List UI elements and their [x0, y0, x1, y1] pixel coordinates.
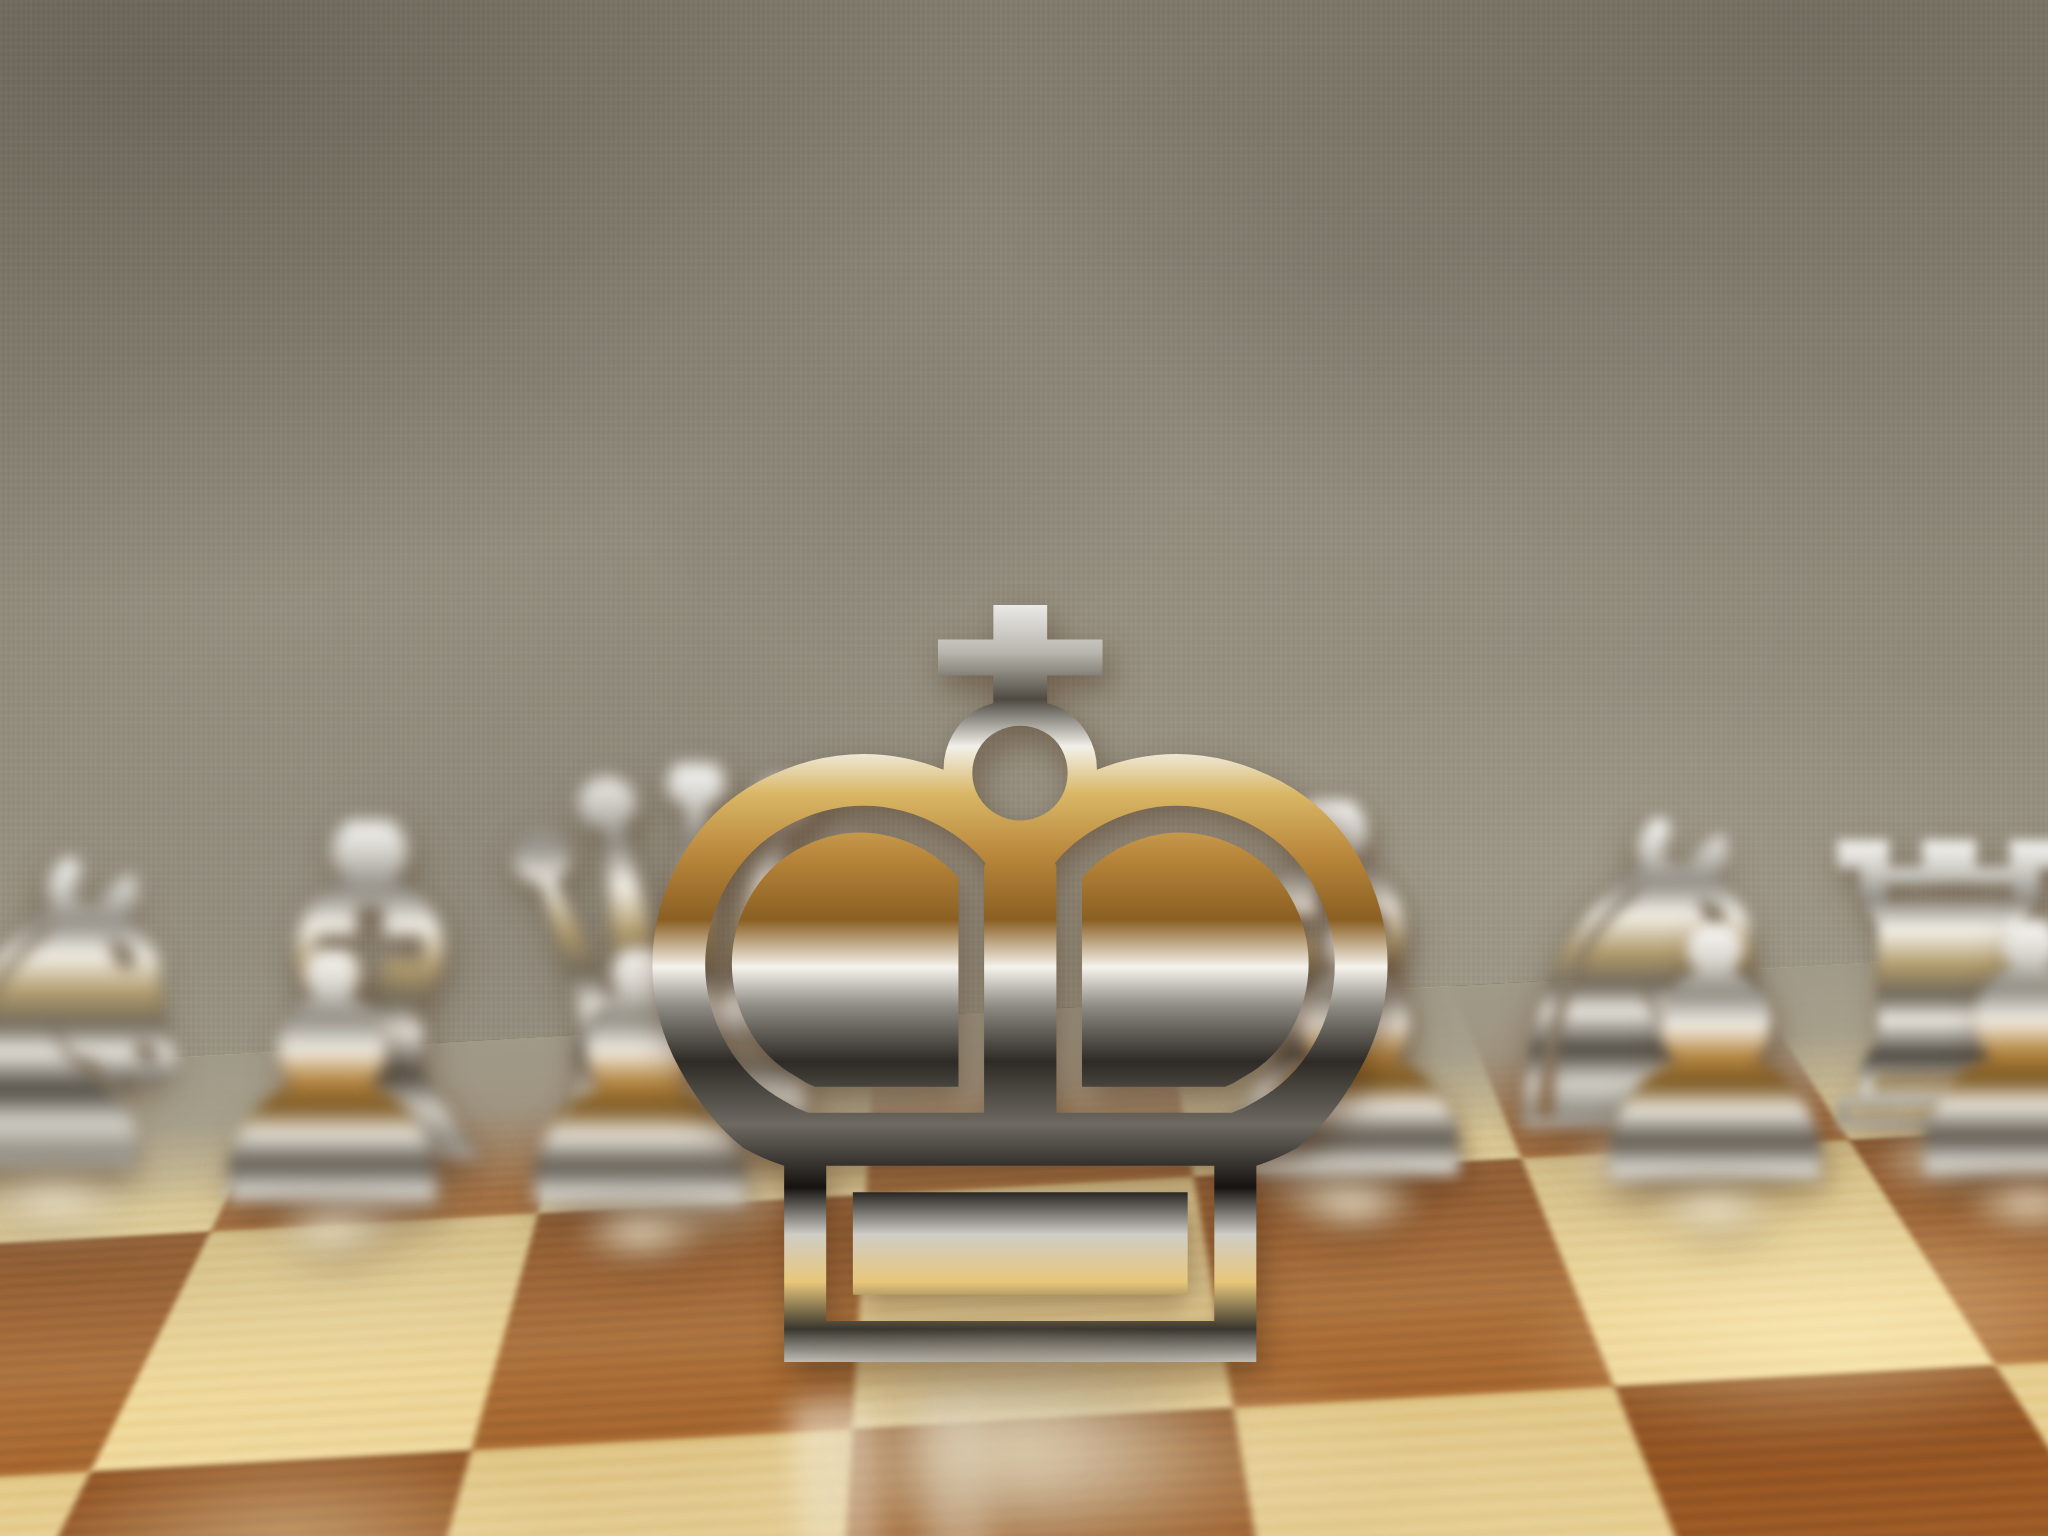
chess-photo-scene: ♞♝♟♛♟♚♝♟♞♟♜♟ — [0, 0, 2048, 1536]
square-g3 — [1614, 1365, 2048, 1536]
square-e3 — [833, 1408, 1288, 1536]
